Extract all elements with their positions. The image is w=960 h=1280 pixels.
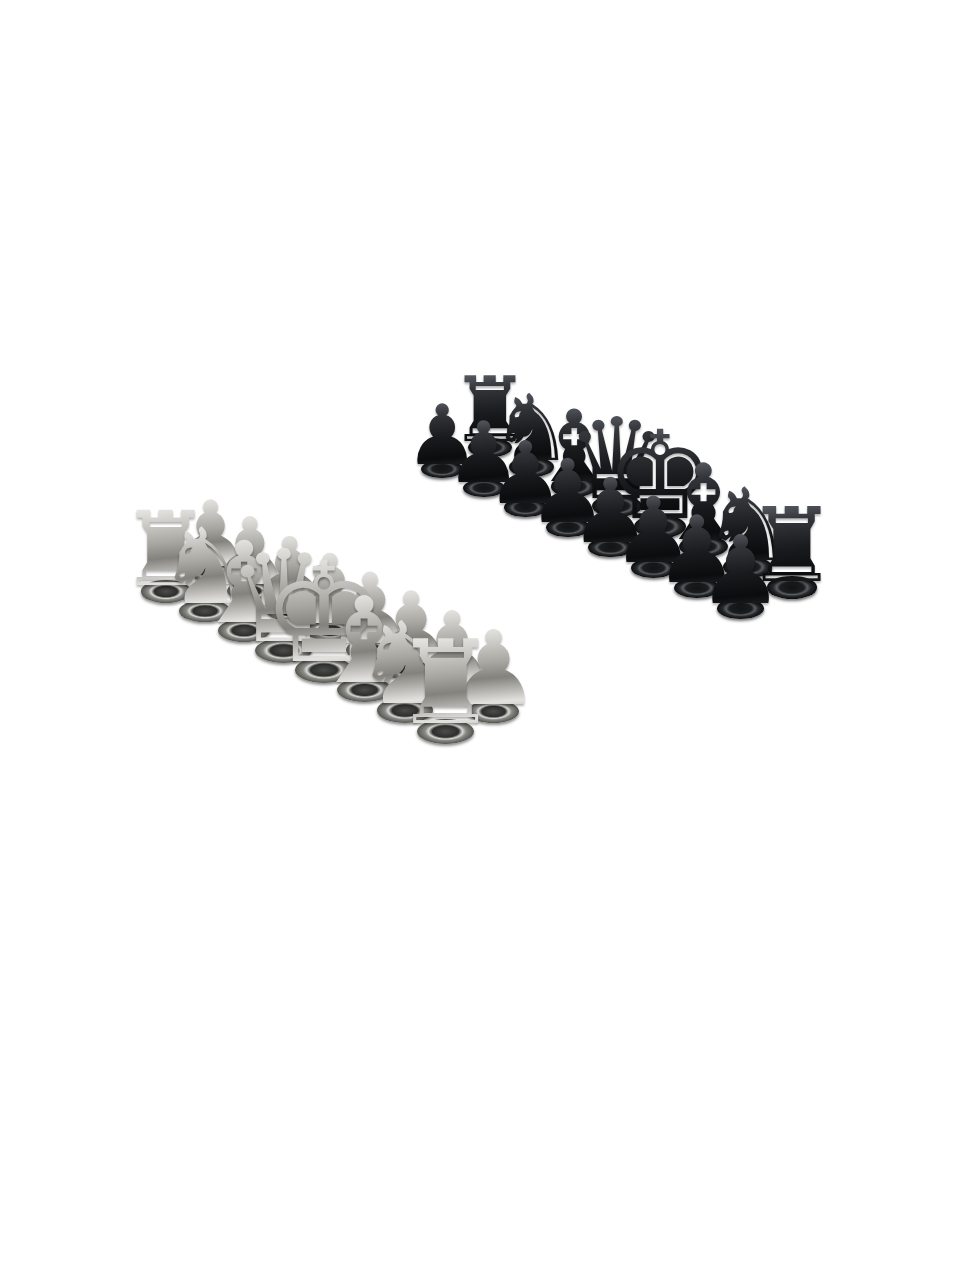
square-b2 xyxy=(209,574,294,613)
square-a7 xyxy=(398,452,486,492)
piece-reflection: ♟ xyxy=(613,567,695,658)
square-f4 xyxy=(462,613,552,653)
product-photo-stage: ♜♞♝♛♚♝♞♜♟♟♟♟♟♟♟♟♟♟♟♟♟♟♟♟♜♞♝♛♚♝♞♜ ♜♞♝♛♚♝♞… xyxy=(0,0,960,1280)
piece-base-disc xyxy=(634,515,686,538)
square-a3 xyxy=(215,535,300,574)
piece-base-disc xyxy=(463,479,505,498)
piece-reflection: ♟ xyxy=(570,547,650,637)
square-b6 xyxy=(392,492,480,532)
piece-base-disc xyxy=(551,476,597,496)
piece-white-knight: ♞ xyxy=(158,515,252,620)
square-h6 xyxy=(643,612,736,653)
piece-white-king: ♚ xyxy=(262,544,386,683)
piece-black-knight: ♞ xyxy=(702,475,793,576)
chess-board xyxy=(126,431,839,754)
piece-reflection: ♟ xyxy=(407,690,498,791)
square-f3 xyxy=(414,633,503,673)
square-g7 xyxy=(649,570,743,611)
square-h4 xyxy=(545,653,636,694)
square-a6 xyxy=(352,473,440,513)
square-d1 xyxy=(242,633,327,672)
piece-base-disc xyxy=(631,558,677,578)
square-b4 xyxy=(300,534,386,574)
piece-black-pawn: ♟ xyxy=(528,448,607,536)
square-c7 xyxy=(480,491,570,532)
piece-base-disc xyxy=(717,598,764,619)
piece-base-disc xyxy=(767,576,817,598)
square-e6 xyxy=(516,551,607,592)
piece-base-disc xyxy=(592,495,643,517)
square-c2 xyxy=(248,594,333,634)
piece-reflection: ♜ xyxy=(394,730,498,846)
square-e5 xyxy=(468,572,558,613)
piece-base-disc xyxy=(723,556,773,578)
square-f6 xyxy=(558,571,650,612)
piece-white-pawn: ♟ xyxy=(170,488,252,580)
piece-reflection: ♟ xyxy=(366,669,455,769)
piece-base-disc xyxy=(377,698,433,723)
square-h8 xyxy=(743,570,838,612)
piece-base-disc xyxy=(295,657,353,683)
piece-white-rook: ♜ xyxy=(394,625,498,741)
square-f1 xyxy=(321,673,408,713)
square-e8 xyxy=(613,509,706,550)
chess-box-top xyxy=(88,412,883,772)
piece-base-disc xyxy=(674,578,720,598)
square-g4 xyxy=(503,633,594,674)
piece-white-pawn: ♟ xyxy=(326,561,414,659)
piece-black-king: ♚ xyxy=(605,415,715,537)
piece-reflection: ♛ xyxy=(226,649,341,777)
piece-base-disc xyxy=(509,457,554,477)
piece-reflection: ♝ xyxy=(193,629,294,742)
square-c4 xyxy=(339,553,426,593)
box-side-right xyxy=(407,590,883,868)
square-a1 xyxy=(126,575,209,614)
piece-black-pawn: ♟ xyxy=(698,523,783,618)
piece-black-bishop: ♝ xyxy=(530,396,619,495)
drawer-notch xyxy=(268,504,302,519)
square-d5 xyxy=(427,552,516,592)
square-c8 xyxy=(528,469,619,510)
piece-reflection: ♟ xyxy=(208,590,291,683)
square-e7 xyxy=(564,530,656,571)
square-c1 xyxy=(203,614,288,653)
piece-reflection: ♟ xyxy=(448,710,540,813)
piece-black-pawn: ♟ xyxy=(655,504,738,597)
square-d3 xyxy=(333,593,420,633)
piece-reflection: ♟ xyxy=(326,649,414,747)
square-g1 xyxy=(361,693,449,733)
piece-reflection: ♟ xyxy=(247,610,332,705)
piece-white-queen: ♛ xyxy=(226,534,341,662)
square-f5 xyxy=(509,592,600,633)
piece-white-bishop: ♝ xyxy=(193,527,294,640)
square-f8 xyxy=(656,529,750,570)
piece-white-pawn: ♟ xyxy=(247,524,332,619)
board-glass xyxy=(109,422,859,762)
piece-black-pawn: ♟ xyxy=(613,485,695,576)
square-b3 xyxy=(254,554,340,594)
piece-base-disc xyxy=(141,580,192,602)
piece-reflection: ♜ xyxy=(120,591,213,694)
square-c5 xyxy=(386,533,474,573)
piece-black-rook: ♜ xyxy=(450,365,531,455)
piece-reflection: ♞ xyxy=(354,710,456,824)
piece-white-bishop: ♝ xyxy=(311,582,418,701)
square-f7 xyxy=(607,550,700,591)
piece-reflection: ♟ xyxy=(698,608,783,703)
piece-reflection: ♞ xyxy=(702,566,793,667)
square-c3 xyxy=(293,574,379,614)
piece-base-disc xyxy=(588,538,633,558)
piece-base-disc xyxy=(546,518,590,537)
square-h5 xyxy=(594,633,686,674)
piece-reflection: ♟ xyxy=(287,629,373,725)
piece-white-pawn: ♟ xyxy=(448,618,540,721)
square-h1 xyxy=(402,713,490,753)
piece-reflection: ♞ xyxy=(158,610,252,715)
piece-black-pawn: ♟ xyxy=(405,393,479,476)
square-a8 xyxy=(445,431,534,472)
piece-base-disc xyxy=(306,620,354,641)
square-h2 xyxy=(449,694,538,734)
square-g6 xyxy=(600,591,693,632)
piece-base-disc xyxy=(679,536,728,557)
piece-black-pawn: ♟ xyxy=(570,466,650,556)
square-b1 xyxy=(164,594,248,633)
box-side-left xyxy=(88,595,440,868)
square-d8 xyxy=(571,489,663,530)
square-d6 xyxy=(474,531,564,572)
square-h3 xyxy=(497,673,587,714)
piece-reflection: ♛ xyxy=(567,505,668,617)
piece-base-disc xyxy=(227,581,274,601)
piece-base-disc xyxy=(179,600,230,623)
square-b5 xyxy=(346,513,433,553)
piece-white-pawn: ♟ xyxy=(407,599,498,700)
square-g3 xyxy=(455,653,545,693)
piece-reflection: ♟ xyxy=(655,587,738,680)
square-h7 xyxy=(693,591,787,633)
piece-base-disc xyxy=(346,639,395,661)
piece-base-disc xyxy=(188,562,234,582)
piece-black-queen: ♛ xyxy=(567,404,668,516)
square-b8 xyxy=(487,450,577,491)
piece-white-pawn: ♟ xyxy=(366,580,455,680)
square-a5 xyxy=(306,494,393,534)
square-e4 xyxy=(421,593,510,633)
piece-base-disc xyxy=(468,700,519,723)
piece-reflection: ♟ xyxy=(487,507,564,593)
piece-reflection: ♜ xyxy=(450,446,531,536)
square-a2 xyxy=(170,555,254,594)
piece-reflection: ♝ xyxy=(530,486,619,585)
piece-black-rook: ♜ xyxy=(746,494,838,597)
piece-reflection: ♚ xyxy=(605,525,715,647)
square-d4 xyxy=(380,573,468,613)
piece-base-disc xyxy=(504,498,547,517)
piece-black-pawn: ♟ xyxy=(446,411,522,496)
piece-white-rook: ♜ xyxy=(120,498,213,601)
square-a4 xyxy=(260,514,346,554)
square-e2 xyxy=(327,633,414,673)
piece-black-bishop: ♝ xyxy=(656,451,750,556)
square-e1 xyxy=(281,653,367,693)
piece-reflection: ♟ xyxy=(170,571,252,663)
piece-reflection: ♞ xyxy=(491,466,573,558)
piece-base-disc xyxy=(255,638,312,663)
piece-base-disc xyxy=(337,678,392,702)
piece-reflection: ♟ xyxy=(528,527,607,615)
drawer-notch xyxy=(614,676,652,692)
piece-white-pawn: ♟ xyxy=(208,506,291,599)
square-g8 xyxy=(699,549,794,591)
piece-reflection: ♝ xyxy=(311,689,418,808)
square-b7 xyxy=(439,471,528,512)
reflections-layer: ♜♞♝♛♚♝♞♜♟♟♟♟♟♟♟♟♟♟♟♟♟♟♟♟♜♞♝♛♚♝♞♜ xyxy=(0,0,960,1280)
square-g5 xyxy=(551,612,643,653)
piece-black-pawn: ♟ xyxy=(487,429,564,515)
piece-base-disc xyxy=(427,680,478,702)
piece-base-disc xyxy=(421,460,463,478)
square-d7 xyxy=(522,510,613,551)
square-g2 xyxy=(408,673,497,713)
piece-base-disc xyxy=(417,719,474,744)
square-d2 xyxy=(287,613,373,653)
pieces-layer: ♜♞♝♛♚♝♞♜♟♟♟♟♟♟♟♟♟♟♟♟♟♟♟♟♜♞♝♛♚♝♞♜ xyxy=(0,0,960,1280)
piece-reflection: ♝ xyxy=(656,546,750,651)
piece-reflection: ♟ xyxy=(446,487,522,572)
piece-base-disc xyxy=(468,438,512,457)
piece-base-disc xyxy=(386,659,436,681)
piece-white-knight: ♞ xyxy=(354,607,456,721)
square-c6 xyxy=(433,512,522,552)
square-e3 xyxy=(374,613,462,653)
piece-reflection: ♜ xyxy=(746,587,838,690)
square-f2 xyxy=(368,653,456,693)
piece-base-disc xyxy=(218,619,270,642)
piece-base-disc xyxy=(266,600,313,621)
drawer-notch xyxy=(640,484,674,499)
piece-black-knight: ♞ xyxy=(491,383,573,475)
piece-white-pawn: ♟ xyxy=(287,543,373,639)
piece-reflection: ♟ xyxy=(405,468,479,551)
piece-reflection: ♚ xyxy=(262,669,386,808)
